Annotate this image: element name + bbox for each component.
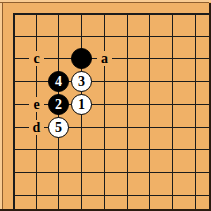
grid-vertical-line xyxy=(149,13,150,209)
white-stone-1: 1 xyxy=(71,94,92,115)
grid-vertical-line xyxy=(127,13,128,209)
grid-horizontal-line xyxy=(13,149,209,150)
grid-horizontal-line xyxy=(13,13,209,15)
frame-left-rule xyxy=(2,2,3,209)
black-stone-2: 2 xyxy=(48,94,69,115)
white-stone-5: 5 xyxy=(48,117,69,138)
frame-top-rule xyxy=(0,2,209,3)
point-label-d: d xyxy=(29,120,44,135)
grid-horizontal-line xyxy=(13,36,209,37)
frame-bottom-shadow xyxy=(0,209,211,211)
grid-vertical-line xyxy=(195,13,196,209)
frame-right-shadow xyxy=(209,3,211,211)
grid-horizontal-line xyxy=(13,195,209,196)
white-stone-3: 3 xyxy=(71,71,92,92)
grid-vertical-line xyxy=(172,13,173,209)
go-corner-diagram: aced34125 xyxy=(0,0,211,211)
grid-vertical-line xyxy=(13,13,15,209)
point-label-a: a xyxy=(97,51,112,66)
black-stone-4: 4 xyxy=(48,71,69,92)
point-label-e: e xyxy=(29,97,44,112)
grid-horizontal-line xyxy=(13,81,209,82)
grid-horizontal-line xyxy=(13,172,209,173)
point-label-c: c xyxy=(29,51,44,66)
grid-vertical-line xyxy=(104,13,105,209)
black-stone-unmarked xyxy=(71,48,92,69)
